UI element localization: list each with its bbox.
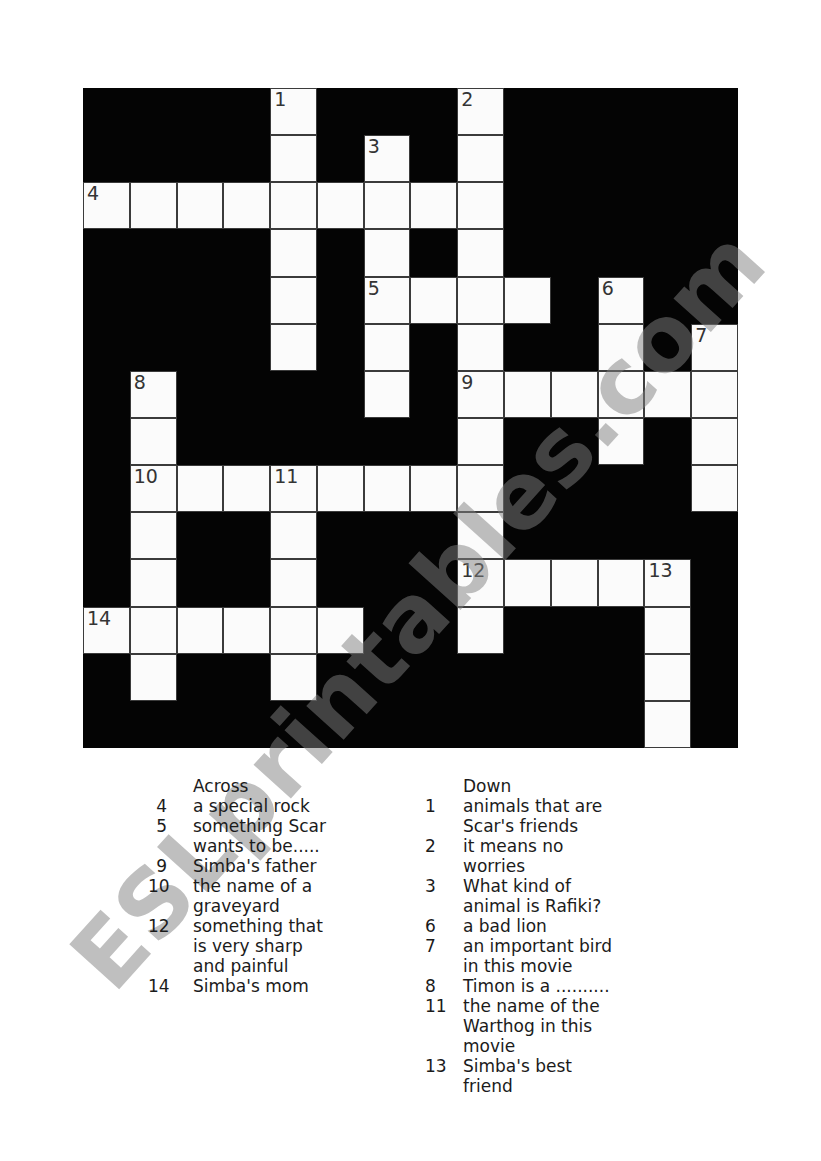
down-clue-text: the name of the Warthog in this movie: [463, 996, 648, 1056]
block-cell: [551, 654, 598, 701]
cell-r2c6[interactable]: [364, 182, 411, 229]
cell-r5c4[interactable]: [270, 324, 317, 371]
clue-number-14: 14: [87, 609, 111, 629]
down-clues-section: Down 1animals that are Scar's friends2it…: [425, 776, 665, 1096]
block-cell: [551, 182, 598, 229]
block-cell: [83, 88, 130, 135]
block-cell: [691, 607, 738, 654]
crossword-grid: 1234567891011121314: [83, 88, 738, 748]
block-cell: [130, 324, 177, 371]
down-clue-text: Simba's best friend: [463, 1056, 648, 1096]
cell-r10c8[interactable]: 12: [457, 559, 504, 606]
block-cell: [83, 559, 130, 606]
cell-r11c0[interactable]: 14: [83, 607, 130, 654]
block-cell: [223, 654, 270, 701]
across-clue-text: a special rock: [193, 796, 363, 816]
down-clue-8: 8Timon is a ..........: [425, 976, 665, 996]
block-cell: [223, 418, 270, 465]
cell-r8c4[interactable]: 11: [270, 465, 317, 512]
block-cell: [177, 371, 224, 418]
clue-number-6: 6: [602, 279, 614, 299]
block-cell: [457, 701, 504, 748]
clue-number-9: 9: [461, 373, 473, 393]
across-clue-text: something that is very sharp and painful: [193, 916, 363, 976]
block-cell: [504, 88, 551, 135]
block-cell: [223, 701, 270, 748]
block-cell: [177, 229, 224, 276]
block-cell: [551, 88, 598, 135]
cell-r7c11[interactable]: [598, 418, 645, 465]
block-cell: [504, 418, 551, 465]
block-cell: [223, 371, 270, 418]
block-cell: [364, 701, 411, 748]
block-cell: [317, 559, 364, 606]
block-cell: [130, 229, 177, 276]
cell-r7c1[interactable]: [130, 418, 177, 465]
block-cell: [598, 512, 645, 559]
down-clue-number: 3: [425, 876, 463, 896]
down-clue-13: 13Simba's best friend: [425, 1056, 665, 1096]
block-cell: [504, 654, 551, 701]
clue-number-7: 7: [695, 326, 707, 346]
block-cell: [504, 512, 551, 559]
cell-r11c3[interactable]: [223, 607, 270, 654]
block-cell: [177, 701, 224, 748]
clue-number-12: 12: [461, 561, 485, 581]
block-cell: [551, 607, 598, 654]
block-cell: [270, 371, 317, 418]
across-clue-number: 12: [148, 916, 193, 936]
block-cell: [504, 465, 551, 512]
cell-r13c12[interactable]: [644, 701, 691, 748]
cell-r8c6[interactable]: [364, 465, 411, 512]
block-cell: [598, 465, 645, 512]
across-header: Across: [193, 776, 378, 796]
cell-r9c4[interactable]: [270, 512, 317, 559]
down-clue-text: Timon is a ..........: [463, 976, 648, 996]
across-clue-text: Simba's father: [193, 856, 363, 876]
block-cell: [551, 465, 598, 512]
block-cell: [410, 135, 457, 182]
block-cell: [177, 654, 224, 701]
block-cell: [504, 607, 551, 654]
down-clue-number: 8: [425, 976, 463, 996]
cell-r5c6[interactable]: [364, 324, 411, 371]
across-clue-4: 4a special rock: [148, 796, 378, 816]
across-clue-12: 12something that is very sharp and painf…: [148, 916, 378, 976]
clue-number-1: 1: [274, 90, 286, 110]
block-cell: [551, 324, 598, 371]
across-clue-text: Simba's mom: [193, 976, 363, 996]
block-cell: [598, 182, 645, 229]
block-cell: [691, 135, 738, 182]
block-cell: [317, 512, 364, 559]
down-clue-1: 1animals that are Scar's friends: [425, 796, 665, 836]
across-clue-number: 4: [148, 796, 193, 816]
block-cell: [223, 559, 270, 606]
across-clue-number: 14: [148, 976, 193, 996]
down-clue-number: 13: [425, 1056, 463, 1076]
block-cell: [644, 324, 691, 371]
block-cell: [317, 654, 364, 701]
cell-r6c6[interactable]: [364, 371, 411, 418]
across-clue-number: 9: [148, 856, 193, 876]
block-cell: [410, 559, 457, 606]
block-cell: [504, 229, 551, 276]
cell-r1c4[interactable]: [270, 135, 317, 182]
across-clue-text: the name of a graveyard: [193, 876, 363, 916]
down-clue-text: animals that are Scar's friends: [463, 796, 648, 836]
clue-number-2: 2: [461, 90, 473, 110]
cell-r11c1[interactable]: [130, 607, 177, 654]
across-clue-text: something Scar wants to be.....: [193, 816, 363, 856]
cell-r6c8[interactable]: 9: [457, 371, 504, 418]
cell-r2c7[interactable]: [410, 182, 457, 229]
down-clue-text: an important bird in this movie: [463, 936, 648, 976]
block-cell: [551, 229, 598, 276]
block-cell: [598, 607, 645, 654]
block-cell: [83, 371, 130, 418]
cell-r2c8[interactable]: [457, 182, 504, 229]
clue-number-8: 8: [134, 373, 146, 393]
block-cell: [223, 324, 270, 371]
cell-r8c2[interactable]: [177, 465, 224, 512]
down-clue-text: a bad lion: [463, 916, 648, 936]
cell-r8c1[interactable]: 10: [130, 465, 177, 512]
block-cell: [504, 182, 551, 229]
block-cell: [691, 182, 738, 229]
across-clue-9: 9Simba's father: [148, 856, 378, 876]
block-cell: [691, 88, 738, 135]
cell-r3c4[interactable]: [270, 229, 317, 276]
block-cell: [130, 701, 177, 748]
clue-number-10: 10: [134, 467, 158, 487]
cell-r8c5[interactable]: [317, 465, 364, 512]
block-cell: [410, 324, 457, 371]
block-cell: [83, 465, 130, 512]
block-cell: [364, 607, 411, 654]
block-cell: [644, 512, 691, 559]
block-cell: [410, 701, 457, 748]
cell-r8c8[interactable]: [457, 465, 504, 512]
cell-r5c8[interactable]: [457, 324, 504, 371]
block-cell: [177, 135, 224, 182]
block-cell: [317, 88, 364, 135]
across-clue-14: 14Simba's mom: [148, 976, 378, 996]
cell-r6c12[interactable]: [644, 371, 691, 418]
block-cell: [691, 559, 738, 606]
block-cell: [364, 559, 411, 606]
cell-r2c1[interactable]: [130, 182, 177, 229]
down-clue-7: 7an important bird in this movie: [425, 936, 665, 976]
block-cell: [551, 512, 598, 559]
cell-r3c6[interactable]: [364, 229, 411, 276]
cell-r2c0[interactable]: 4: [83, 182, 130, 229]
block-cell: [223, 135, 270, 182]
down-clue-number: 7: [425, 936, 463, 956]
down-clue-11: 11the name of the Warthog in this movie: [425, 996, 665, 1056]
block-cell: [551, 277, 598, 324]
block-cell: [551, 135, 598, 182]
block-cell: [644, 465, 691, 512]
cell-r8c13[interactable]: [691, 465, 738, 512]
block-cell: [644, 182, 691, 229]
block-cell: [177, 324, 224, 371]
block-cell: [83, 654, 130, 701]
block-cell: [317, 135, 364, 182]
block-cell: [223, 512, 270, 559]
cell-r0c4[interactable]: 1: [270, 88, 317, 135]
cell-r12c4[interactable]: [270, 654, 317, 701]
cell-r12c12[interactable]: [644, 654, 691, 701]
cell-r11c4[interactable]: [270, 607, 317, 654]
clue-number-3: 3: [368, 137, 380, 157]
cell-r10c4[interactable]: [270, 559, 317, 606]
cell-r10c10[interactable]: [551, 559, 598, 606]
down-clue-text: it means no worries: [463, 836, 648, 876]
block-cell: [691, 229, 738, 276]
cell-r4c4[interactable]: [270, 277, 317, 324]
block-cell: [223, 277, 270, 324]
block-cell: [691, 512, 738, 559]
clue-number-11: 11: [274, 467, 298, 487]
cell-r7c8[interactable]: [457, 418, 504, 465]
block-cell: [177, 277, 224, 324]
clue-number-5: 5: [368, 279, 380, 299]
across-clue-5: 5something Scar wants to be.....: [148, 816, 378, 856]
down-clue-number: 1: [425, 796, 463, 816]
cell-r2c2[interactable]: [177, 182, 224, 229]
cell-r10c1[interactable]: [130, 559, 177, 606]
cell-r1c6[interactable]: 3: [364, 135, 411, 182]
cell-r6c1[interactable]: 8: [130, 371, 177, 418]
cell-r4c11[interactable]: 6: [598, 277, 645, 324]
clue-number-4: 4: [87, 184, 99, 204]
cell-r0c8[interactable]: 2: [457, 88, 504, 135]
down-clue-number: 2: [425, 836, 463, 856]
worksheet-page: 1234567891011121314 ESLprintables.com Ac…: [0, 0, 821, 1161]
down-clue-6: 6a bad lion: [425, 916, 665, 936]
down-clue-3: 3What kind of animal is Rafiki?: [425, 876, 665, 916]
cell-r3c8[interactable]: [457, 229, 504, 276]
block-cell: [504, 701, 551, 748]
block-cell: [457, 654, 504, 701]
block-cell: [177, 418, 224, 465]
cell-r6c11[interactable]: [598, 371, 645, 418]
cell-r11c5[interactable]: [317, 607, 364, 654]
block-cell: [177, 88, 224, 135]
cell-r6c9[interactable]: [504, 371, 551, 418]
across-clue-10: 10the name of a graveyard: [148, 876, 378, 916]
block-cell: [691, 277, 738, 324]
block-cell: [364, 88, 411, 135]
cell-r9c8[interactable]: [457, 512, 504, 559]
block-cell: [130, 88, 177, 135]
block-cell: [223, 229, 270, 276]
block-cell: [598, 135, 645, 182]
block-cell: [598, 88, 645, 135]
down-clue-2: 2it means no worries: [425, 836, 665, 876]
block-cell: [691, 701, 738, 748]
block-cell: [317, 324, 364, 371]
block-cell: [410, 512, 457, 559]
block-cell: [644, 229, 691, 276]
cell-r2c5[interactable]: [317, 182, 364, 229]
cell-r5c13[interactable]: 7: [691, 324, 738, 371]
block-cell: [364, 654, 411, 701]
cell-r5c11[interactable]: [598, 324, 645, 371]
down-clue-number: 11: [425, 996, 463, 1016]
block-cell: [598, 229, 645, 276]
block-cell: [270, 418, 317, 465]
block-cell: [317, 229, 364, 276]
block-cell: [410, 88, 457, 135]
block-cell: [644, 135, 691, 182]
across-clue-number: 5: [148, 816, 193, 836]
block-cell: [83, 324, 130, 371]
cell-r8c7[interactable]: [410, 465, 457, 512]
block-cell: [364, 418, 411, 465]
across-clue-list: 4a special rock5something Scar wants to …: [148, 796, 378, 996]
block-cell: [130, 277, 177, 324]
block-cell: [504, 324, 551, 371]
block-cell: [644, 418, 691, 465]
down-clue-number: 6: [425, 916, 463, 936]
across-clue-number: 10: [148, 876, 193, 896]
cell-r10c11[interactable]: [598, 559, 645, 606]
cell-r11c12[interactable]: [644, 607, 691, 654]
cell-r11c2[interactable]: [177, 607, 224, 654]
block-cell: [364, 512, 411, 559]
cell-r10c12[interactable]: 13: [644, 559, 691, 606]
block-cell: [644, 88, 691, 135]
cell-r2c3[interactable]: [223, 182, 270, 229]
clue-number-13: 13: [648, 561, 672, 581]
block-cell: [551, 418, 598, 465]
down-clue-list: 1animals that are Scar's friends2it mean…: [425, 796, 665, 1096]
block-cell: [410, 371, 457, 418]
block-cell: [504, 135, 551, 182]
cell-r10c9[interactable]: [504, 559, 551, 606]
block-cell: [83, 277, 130, 324]
down-header: Down: [463, 776, 665, 796]
block-cell: [83, 418, 130, 465]
block-cell: [410, 418, 457, 465]
block-cell: [410, 229, 457, 276]
block-cell: [317, 418, 364, 465]
cell-r4c6[interactable]: 5: [364, 277, 411, 324]
block-cell: [83, 135, 130, 182]
block-cell: [177, 559, 224, 606]
block-cell: [410, 607, 457, 654]
down-clue-text: What kind of animal is Rafiki?: [463, 876, 648, 916]
cell-r9c1[interactable]: [130, 512, 177, 559]
cell-r11c8[interactable]: [457, 607, 504, 654]
block-cell: [177, 512, 224, 559]
block-cell: [691, 654, 738, 701]
block-cell: [83, 701, 130, 748]
block-cell: [644, 277, 691, 324]
cell-r4c8[interactable]: [457, 277, 504, 324]
cell-r4c7[interactable]: [410, 277, 457, 324]
cell-r12c1[interactable]: [130, 654, 177, 701]
block-cell: [317, 371, 364, 418]
cell-r8c3[interactable]: [223, 465, 270, 512]
cell-r6c13[interactable]: [691, 371, 738, 418]
block-cell: [410, 654, 457, 701]
block-cell: [130, 135, 177, 182]
block-cell: [83, 229, 130, 276]
cell-r1c8[interactable]: [457, 135, 504, 182]
block-cell: [223, 88, 270, 135]
cell-r2c4[interactable]: [270, 182, 317, 229]
block-cell: [598, 654, 645, 701]
cell-r7c13[interactable]: [691, 418, 738, 465]
block-cell: [270, 701, 317, 748]
block-cell: [317, 701, 364, 748]
block-cell: [83, 512, 130, 559]
across-clues-section: Across 4a special rock5something Scar wa…: [148, 776, 378, 996]
block-cell: [598, 701, 645, 748]
block-cell: [551, 701, 598, 748]
block-cell: [317, 277, 364, 324]
cell-r4c9[interactable]: [504, 277, 551, 324]
cell-r6c10[interactable]: [551, 371, 598, 418]
